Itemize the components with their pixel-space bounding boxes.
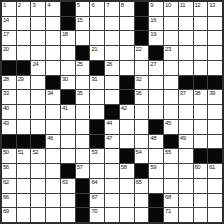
black-cell-r1c10 <box>135 2 149 16</box>
cell-r8c7[interactable] <box>90 105 104 119</box>
cell-r3c14[interactable] <box>194 31 208 45</box>
clue-number: 58 <box>121 164 127 171</box>
cell-r1c9[interactable]: 8 <box>120 2 134 16</box>
cell-r4c2[interactable] <box>17 46 31 60</box>
cell-r7c12[interactable] <box>164 90 178 104</box>
cell-r12c1[interactable]: 56 <box>2 164 16 178</box>
cell-r3c9[interactable] <box>120 31 134 45</box>
cell-r9c5[interactable] <box>61 120 75 134</box>
clue-number: 41 <box>62 105 68 112</box>
clue-number: 8 <box>121 2 124 9</box>
clue-number: 59 <box>150 164 156 171</box>
cell-r15c3[interactable] <box>31 208 45 222</box>
black-cell-r5c7 <box>90 61 104 75</box>
cell-r7c11[interactable] <box>149 90 163 104</box>
clue-number: 7 <box>106 2 109 9</box>
cell-r6c1[interactable]: 28 <box>2 76 16 90</box>
clue-number: 33 <box>3 90 9 97</box>
cell-r15c13[interactable] <box>179 208 193 222</box>
cell-r8c4[interactable] <box>46 105 60 119</box>
cell-r7c3[interactable] <box>31 90 45 104</box>
cell-r13c3[interactable] <box>31 179 45 193</box>
cell-r14c2[interactable] <box>17 194 31 208</box>
clue-number: 67 <box>91 194 97 201</box>
cell-r4c4[interactable] <box>46 46 60 60</box>
cell-r15c5[interactable] <box>61 208 75 222</box>
cell-r14c14[interactable] <box>194 194 208 208</box>
cell-r6c6[interactable] <box>76 76 90 90</box>
cell-r10c6[interactable] <box>76 135 90 149</box>
cell-r4c9[interactable] <box>120 46 134 60</box>
cell-r14c10[interactable] <box>135 194 149 208</box>
cell-r9c9[interactable] <box>120 120 134 134</box>
cell-r12c8[interactable] <box>105 164 119 178</box>
cell-r1c8[interactable]: 7 <box>105 2 119 16</box>
cell-r7c15[interactable]: 39 <box>208 90 222 104</box>
cell-r12c4[interactable] <box>46 164 60 178</box>
cell-r2c8[interactable] <box>105 17 119 31</box>
clue-number: 50 <box>3 149 9 156</box>
black-cell-r6c4 <box>46 76 60 90</box>
cell-r13c5[interactable]: 63 <box>61 179 75 193</box>
clue-number: 1 <box>3 2 6 9</box>
cell-r10c10[interactable] <box>135 135 149 149</box>
clue-number: 35 <box>77 90 83 97</box>
cell-r9c13[interactable] <box>179 120 193 134</box>
cell-r2c12[interactable] <box>164 17 178 31</box>
cell-r13c1[interactable]: 62 <box>2 179 16 193</box>
cell-r5c12[interactable] <box>164 61 178 75</box>
cell-r10c14[interactable] <box>194 135 208 149</box>
black-cell-r4c11 <box>149 46 163 60</box>
crossword-puzzle: 1234567891011121314151617181920212223242… <box>0 0 224 224</box>
black-cell-r9c7 <box>90 120 104 134</box>
cell-r4c7[interactable]: 21 <box>90 46 104 60</box>
cell-r12c6[interactable]: 57 <box>76 164 90 178</box>
black-cell-r15c6 <box>76 208 90 222</box>
black-cell-r4c6 <box>76 46 90 60</box>
cell-r8c5[interactable]: 41 <box>61 105 75 119</box>
cell-r9c15[interactable] <box>208 120 222 134</box>
clue-number: 42 <box>121 105 127 112</box>
cell-r9c4[interactable] <box>46 120 60 134</box>
clue-number: 11 <box>180 2 185 9</box>
cell-r11c6[interactable] <box>76 149 90 163</box>
cell-r2c4[interactable] <box>46 17 60 31</box>
cell-r1c3[interactable]: 3 <box>31 2 45 16</box>
cell-r8c6[interactable] <box>76 105 90 119</box>
cell-r11c3[interactable]: 52 <box>31 149 45 163</box>
cell-r5c6[interactable]: 25 <box>76 61 90 75</box>
cell-r3c2[interactable] <box>17 31 31 45</box>
cell-r7c10[interactable]: 36 <box>135 90 149 104</box>
clue-number: 22 <box>136 46 142 53</box>
cell-r7c2[interactable] <box>17 90 31 104</box>
cell-r13c9[interactable] <box>120 179 134 193</box>
cell-r3c12[interactable] <box>164 31 178 45</box>
cell-r14c3[interactable] <box>31 194 45 208</box>
cell-r5c4[interactable] <box>46 61 60 75</box>
cell-r8c10[interactable] <box>135 105 149 119</box>
cell-r9c10[interactable] <box>135 120 149 134</box>
black-cell-r3c10 <box>135 31 149 45</box>
cell-r8c13[interactable] <box>179 105 193 119</box>
cell-r6c12[interactable] <box>164 76 178 90</box>
cell-r7c13[interactable]: 37 <box>179 90 193 104</box>
cell-r14c1[interactable]: 66 <box>2 194 16 208</box>
cell-r3c8[interactable] <box>105 31 119 45</box>
cell-r1c14[interactable]: 12 <box>194 2 208 16</box>
cell-r12c13[interactable] <box>179 164 193 178</box>
clue-number: 30 <box>62 76 68 83</box>
clue-number: 28 <box>3 76 9 83</box>
cell-r10c8[interactable]: 47 <box>105 135 119 149</box>
cell-r3c1[interactable]: 17 <box>2 31 16 45</box>
clue-number: 26 <box>106 61 112 68</box>
clue-number: 20 <box>3 46 9 53</box>
cell-r7c14[interactable]: 38 <box>194 90 208 104</box>
cell-r12c3[interactable] <box>31 164 45 178</box>
clue-number: 60 <box>195 164 201 171</box>
cell-r13c15[interactable] <box>208 179 222 193</box>
cell-r13c12[interactable] <box>164 179 178 193</box>
clue-number: 15 <box>77 17 83 24</box>
cell-r5c3[interactable]: 24 <box>31 61 45 75</box>
cell-r3c4[interactable] <box>46 31 60 45</box>
cell-r13c10[interactable]: 65 <box>135 179 149 193</box>
clue-number: 38 <box>195 90 201 97</box>
cell-r5c8[interactable]: 26 <box>105 61 119 75</box>
clue-number: 37 <box>180 90 186 97</box>
cell-r6c2[interactable]: 29 <box>17 76 31 90</box>
cell-r13c4[interactable] <box>46 179 60 193</box>
cell-r3c11[interactable]: 19 <box>149 31 163 45</box>
cell-r15c15[interactable] <box>208 208 222 222</box>
cell-r14c15[interactable] <box>208 194 222 208</box>
cell-r9c2[interactable] <box>17 120 31 134</box>
cell-r5c10[interactable] <box>135 61 149 75</box>
black-cell-r12c5 <box>61 164 75 178</box>
black-cell-r8c8 <box>105 105 119 119</box>
clue-number: 19 <box>150 31 156 38</box>
cell-r4c3[interactable] <box>31 46 45 60</box>
cell-r14c12[interactable]: 68 <box>164 194 178 208</box>
clue-number: 31 <box>91 76 97 83</box>
cell-r10c15[interactable] <box>208 135 222 149</box>
cell-r2c15[interactable] <box>208 17 222 31</box>
cell-r3c7[interactable] <box>90 31 104 45</box>
cell-r1c1[interactable]: 1 <box>2 2 16 16</box>
clue-number: 43 <box>3 120 9 127</box>
cell-r5c5[interactable] <box>61 61 75 75</box>
clue-number: 52 <box>32 149 38 156</box>
black-cell-r14c6 <box>76 194 90 208</box>
clue-number: 23 <box>165 46 171 53</box>
black-cell-r5c1 <box>2 61 16 75</box>
cell-r11c11[interactable] <box>149 149 163 163</box>
clue-number: 62 <box>3 179 9 186</box>
cell-r15c9[interactable] <box>120 208 134 222</box>
clue-number: 51 <box>18 149 24 156</box>
cell-r14c7[interactable]: 67 <box>90 194 104 208</box>
cell-r15c12[interactable]: 71 <box>164 208 178 222</box>
black-cell-r6c13 <box>179 76 193 90</box>
cell-r15c4[interactable] <box>46 208 60 222</box>
clue-number: 14 <box>3 17 9 24</box>
clue-number: 54 <box>136 149 142 156</box>
cell-r14c4[interactable] <box>46 194 60 208</box>
cell-r8c15[interactable] <box>208 105 222 119</box>
cell-r8c14[interactable] <box>194 105 208 119</box>
cell-r3c3[interactable] <box>31 31 45 45</box>
black-cell-r11c9 <box>120 149 134 163</box>
cell-r1c2[interactable]: 2 <box>17 2 31 16</box>
black-cell-r2c5 <box>61 17 75 31</box>
cell-r13c14[interactable] <box>194 179 208 193</box>
clue-number: 55 <box>165 149 171 156</box>
black-cell-r12c10 <box>135 164 149 178</box>
clue-number: 4 <box>47 2 50 9</box>
clue-number: 5 <box>77 2 80 9</box>
clue-number: 57 <box>77 164 83 171</box>
cell-r1c4[interactable]: 4 <box>46 2 60 16</box>
clue-number: 49 <box>180 135 186 142</box>
clue-number: 24 <box>32 61 38 68</box>
cell-r7c1[interactable]: 33 <box>2 90 16 104</box>
cell-r12c2[interactable] <box>17 164 31 178</box>
black-cell-r10c7 <box>90 135 104 149</box>
cell-r12c15[interactable]: 61 <box>208 164 222 178</box>
cell-r2c9[interactable] <box>120 17 134 31</box>
black-cell-r10c2 <box>17 135 31 149</box>
black-cell-r10c1 <box>2 135 16 149</box>
cell-r4c5[interactable] <box>61 46 75 60</box>
black-cell-r13c6 <box>76 179 90 193</box>
clue-number: 48 <box>150 135 156 142</box>
clue-number: 18 <box>62 31 68 38</box>
clue-number: 66 <box>3 194 9 201</box>
cell-r1c7[interactable]: 6 <box>90 2 104 16</box>
cell-r3c5[interactable]: 18 <box>61 31 75 45</box>
cell-r7c8[interactable] <box>105 90 119 104</box>
cell-r6c5[interactable]: 30 <box>61 76 75 90</box>
cell-r2c2[interactable] <box>17 17 31 31</box>
black-cell-r10c3 <box>31 135 45 149</box>
cell-r8c2[interactable] <box>17 105 31 119</box>
cell-r8c1[interactable]: 40 <box>2 105 16 119</box>
cell-r4c13[interactable] <box>179 46 193 60</box>
black-cell-r6c14 <box>194 76 208 90</box>
cell-r14c13[interactable] <box>179 194 193 208</box>
cell-r4c12[interactable]: 23 <box>164 46 178 60</box>
black-cell-r10c12 <box>164 135 178 149</box>
black-cell-r7c9 <box>120 90 134 104</box>
crossword-board: 1234567891011121314151617181920212223242… <box>0 0 224 224</box>
clue-number: 56 <box>3 164 9 171</box>
clue-number: 32 <box>136 76 142 83</box>
cell-r11c10[interactable]: 54 <box>135 149 149 163</box>
cell-r13c2[interactable] <box>17 179 31 193</box>
black-cell-r14c11 <box>149 194 163 208</box>
cell-r9c3[interactable] <box>31 120 45 134</box>
clue-number: 36 <box>136 90 142 97</box>
clue-number: 29 <box>18 76 24 83</box>
cell-r15c8[interactable] <box>105 208 119 222</box>
clue-number: 68 <box>165 194 171 201</box>
clue-number: 16 <box>150 17 156 24</box>
clue-number: 71 <box>165 208 171 215</box>
clue-number: 13 <box>209 2 215 9</box>
clue-number: 64 <box>91 179 97 186</box>
cell-r10c4[interactable]: 46 <box>46 135 60 149</box>
clue-number: 9 <box>150 2 153 9</box>
black-cell-r1c5 <box>61 2 75 16</box>
clue-number: 12 <box>195 2 201 9</box>
cell-r11c13[interactable] <box>179 149 193 163</box>
clue-number: 10 <box>165 2 171 9</box>
cell-r14c9[interactable] <box>120 194 134 208</box>
cell-r11c1[interactable]: 50 <box>2 149 16 163</box>
clue-number: 65 <box>136 179 142 186</box>
cell-r5c13[interactable] <box>179 61 193 75</box>
cell-r5c11[interactable]: 27 <box>149 61 163 75</box>
cell-r5c9[interactable] <box>120 61 134 75</box>
cell-r5c15[interactable] <box>208 61 222 75</box>
cell-r6c10[interactable]: 32 <box>135 76 149 90</box>
black-cell-r11c15 <box>208 149 222 163</box>
cell-r1c6[interactable]: 5 <box>76 2 90 16</box>
cell-r7c6[interactable]: 35 <box>76 90 90 104</box>
clue-number: 17 <box>3 31 9 38</box>
clue-number: 53 <box>91 149 97 156</box>
cell-r2c14[interactable] <box>194 17 208 31</box>
cell-r2c3[interactable] <box>31 17 45 31</box>
clue-number: 40 <box>3 105 9 112</box>
cell-r12c12[interactable] <box>164 164 178 178</box>
cell-r10c11[interactable]: 48 <box>149 135 163 149</box>
clue-number: 61 <box>209 164 215 171</box>
clue-number: 2 <box>18 2 21 9</box>
cell-r12c11[interactable]: 59 <box>149 164 163 178</box>
cell-r11c4[interactable] <box>46 149 60 163</box>
clue-number: 45 <box>165 120 171 127</box>
cell-r7c4[interactable]: 34 <box>46 90 60 104</box>
clue-number: 44 <box>106 120 112 127</box>
cell-r6c3[interactable] <box>31 76 45 90</box>
cell-r1c13[interactable]: 11 <box>179 2 193 16</box>
cell-r9c12[interactable]: 45 <box>164 120 178 134</box>
clue-number: 47 <box>106 135 112 142</box>
clue-number: 46 <box>47 135 53 142</box>
cell-r11c8[interactable] <box>105 149 119 163</box>
cell-r15c2[interactable] <box>17 208 31 222</box>
cell-r10c9[interactable] <box>120 135 134 149</box>
cell-r4c15[interactable] <box>208 46 222 60</box>
cell-r15c1[interactable]: 69 <box>2 208 16 222</box>
clue-number: 3 <box>32 2 35 9</box>
clue-number: 21 <box>91 46 97 53</box>
black-cell-r6c15 <box>208 76 222 90</box>
cell-r15c10[interactable] <box>135 208 149 222</box>
cell-r3c6[interactable] <box>76 31 90 45</box>
clue-number: 70 <box>91 208 97 215</box>
black-cell-r15c11 <box>149 208 163 222</box>
black-cell-r7c5 <box>61 90 75 104</box>
black-cell-r5c2 <box>17 61 31 75</box>
black-cell-r2c10 <box>135 17 149 31</box>
cell-r14c8[interactable] <box>105 194 119 208</box>
cell-r13c11[interactable] <box>149 179 163 193</box>
black-cell-r11c14 <box>194 149 208 163</box>
cell-r11c2[interactable]: 51 <box>17 149 31 163</box>
cell-r2c11[interactable]: 16 <box>149 17 163 31</box>
clue-number: 27 <box>150 61 156 68</box>
cell-r13c13[interactable] <box>179 179 193 193</box>
cell-r11c12[interactable]: 55 <box>164 149 178 163</box>
cell-r12c9[interactable]: 58 <box>120 164 134 178</box>
cell-r2c7[interactable] <box>90 17 104 31</box>
cell-r4c8[interactable] <box>105 46 119 60</box>
cell-r8c3[interactable] <box>31 105 45 119</box>
cell-r11c7[interactable]: 53 <box>90 149 104 163</box>
cell-r6c8[interactable] <box>105 76 119 90</box>
cell-r13c7[interactable]: 64 <box>90 179 104 193</box>
cell-r10c13[interactable]: 49 <box>179 135 193 149</box>
cell-r11c5[interactable] <box>61 149 75 163</box>
cell-r4c1[interactable]: 20 <box>2 46 16 60</box>
cell-r14c5[interactable] <box>61 194 75 208</box>
cell-r13c8[interactable] <box>105 179 119 193</box>
cell-r10c5[interactable] <box>61 135 75 149</box>
clue-number: 39 <box>209 90 215 97</box>
cell-r15c7[interactable]: 70 <box>90 208 104 222</box>
clue-number: 69 <box>3 208 9 215</box>
cell-r4c10[interactable]: 22 <box>135 46 149 60</box>
clue-number: 63 <box>62 179 68 186</box>
cell-r12c7[interactable] <box>90 164 104 178</box>
cell-r9c6[interactable] <box>76 120 90 134</box>
cell-r8c9[interactable]: 42 <box>120 105 134 119</box>
cell-r3c15[interactable] <box>208 31 222 45</box>
cell-r4c14[interactable] <box>194 46 208 60</box>
cell-r9c1[interactable]: 43 <box>2 120 16 134</box>
cell-r1c12[interactable]: 10 <box>164 2 178 16</box>
cell-r3c13[interactable] <box>179 31 193 45</box>
cell-r6c7[interactable]: 31 <box>90 76 104 90</box>
cell-r8c12[interactable] <box>164 105 178 119</box>
cell-r1c15[interactable]: 13 <box>208 2 222 16</box>
cell-r1c11[interactable]: 9 <box>149 2 163 16</box>
cell-r12c14[interactable]: 60 <box>194 164 208 178</box>
cell-r5c14[interactable] <box>194 61 208 75</box>
clue-number: 6 <box>91 2 94 9</box>
cell-r7c7[interactable] <box>90 90 104 104</box>
cell-r6c11[interactable] <box>149 76 163 90</box>
cell-r2c13[interactable] <box>179 17 193 31</box>
cell-r9c8[interactable]: 44 <box>105 120 119 134</box>
black-cell-r6c9 <box>120 76 134 90</box>
clue-number: 34 <box>47 90 53 97</box>
cell-r15c14[interactable] <box>194 208 208 222</box>
cell-r2c1[interactable]: 14 <box>2 17 16 31</box>
clue-number: 25 <box>77 61 83 68</box>
cell-r8c11[interactable] <box>149 105 163 119</box>
black-cell-r9c11 <box>149 120 163 134</box>
cell-r2c6[interactable]: 15 <box>76 17 90 31</box>
cell-r9c14[interactable] <box>194 120 208 134</box>
